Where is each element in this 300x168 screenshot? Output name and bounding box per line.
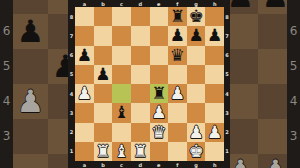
square-g8[interactable]: ♚ [187, 7, 206, 26]
square-d7[interactable] [131, 26, 150, 45]
square-f2[interactable] [168, 123, 187, 142]
file-label: a [75, 0, 94, 7]
square-f6[interactable]: ♛ [168, 46, 187, 65]
black-pawn: ♟ [262, 0, 290, 12]
square-b6[interactable] [94, 46, 113, 65]
file-label: e [150, 0, 169, 7]
square-c7[interactable] [112, 26, 131, 45]
bg-rank-label: 4 [0, 84, 13, 119]
white-pawn[interactable]: ♟ [170, 85, 185, 102]
black-king[interactable]: ♚ [188, 8, 203, 25]
square-c8[interactable] [112, 7, 131, 26]
rank-label: 5 [224, 65, 230, 84]
white-bishop[interactable]: ♝ [114, 143, 129, 160]
white-pawn[interactable]: ♟ [77, 85, 92, 102]
rank-label: 8 [68, 7, 75, 26]
square-h6[interactable] [205, 46, 224, 65]
square-h4[interactable] [205, 84, 224, 103]
bg-rank-label: 6 [0, 14, 13, 49]
black-pawn[interactable]: ♟ [77, 47, 92, 64]
square-a3[interactable] [75, 103, 94, 122]
white-pawn[interactable]: ♟ [188, 124, 203, 141]
bg-square [13, 119, 48, 154]
file-label: g [187, 161, 206, 168]
square-f8[interactable]: ♜ [168, 7, 187, 26]
rank-label: 6 [224, 46, 230, 65]
square-f3[interactable] [168, 103, 187, 122]
rank-label: 7 [224, 26, 230, 45]
rank-label: 4 [224, 84, 230, 103]
square-a7[interactable] [75, 26, 94, 45]
square-g4[interactable] [187, 84, 206, 103]
black-pawn[interactable]: ♟ [188, 27, 203, 44]
square-b8[interactable] [94, 7, 113, 26]
white-rook[interactable]: ♜ [95, 143, 110, 160]
square-b7[interactable] [94, 26, 113, 45]
bg-rank-label: 5 [0, 49, 13, 84]
rank-labels-left: 87654321 [68, 7, 75, 161]
square-d3[interactable] [131, 103, 150, 122]
rank-label: 1 [68, 142, 75, 161]
white-pawn: ♟ [17, 86, 45, 117]
square-b4[interactable] [94, 84, 113, 103]
white-queen[interactable]: ♛ [151, 124, 166, 141]
rank-label: 4 [68, 84, 75, 103]
bg-rank-label: 3 [0, 119, 13, 154]
rank-label: 3 [68, 103, 75, 122]
bg-square [13, 49, 48, 84]
square-d1[interactable]: ♜ [131, 142, 150, 161]
file-label: h [205, 161, 224, 168]
square-a6[interactable]: ♟ [75, 46, 94, 65]
square-h1[interactable] [205, 142, 224, 161]
square-e1[interactable] [150, 142, 169, 161]
white-king[interactable]: ♚ [188, 143, 203, 160]
square-g6[interactable] [187, 46, 206, 65]
file-labels-bottom: abcdefgh [75, 161, 224, 168]
video-frame: ♟♟♟♟♟♟♟ 6543 6543 abcdefgh abcdefgh 8765… [0, 0, 300, 168]
black-rook[interactable]: ♜ [170, 8, 185, 25]
square-g5[interactable] [187, 65, 206, 84]
file-label: a [75, 161, 94, 168]
square-h7[interactable]: ♟ [205, 26, 224, 45]
rank-label: 2 [224, 123, 230, 142]
bg-rank-label: 3 [287, 119, 300, 154]
rank-labels-right: 87654321 [224, 7, 230, 161]
file-label: e [150, 161, 169, 168]
square-a2[interactable] [75, 123, 94, 142]
file-label: f [168, 161, 187, 168]
square-g1[interactable]: ♚ [187, 142, 206, 161]
square-d6[interactable] [131, 46, 150, 65]
square-c4[interactable] [112, 84, 131, 103]
square-b5[interactable]: ♟ [94, 65, 113, 84]
rank-label: 6 [68, 46, 75, 65]
square-h2[interactable]: ♟ [205, 123, 224, 142]
background-rank-strip-left: 6543 [0, 0, 13, 168]
square-f1[interactable] [168, 142, 187, 161]
square-g2[interactable]: ♟ [187, 123, 206, 142]
background-rank-strip-right: 6543 [287, 0, 300, 168]
rank-label: 8 [224, 7, 230, 26]
file-label: d [131, 161, 150, 168]
square-a5[interactable] [75, 65, 94, 84]
square-e7[interactable] [150, 26, 169, 45]
black-bishop[interactable]: ♝ [114, 104, 129, 121]
bg-square [13, 0, 48, 14]
square-e6[interactable] [150, 46, 169, 65]
file-label: h [205, 0, 224, 7]
square-h5[interactable] [205, 65, 224, 84]
square-a8[interactable] [75, 7, 94, 26]
square-c3[interactable]: ♝ [112, 103, 131, 122]
rank-label: 1 [224, 142, 230, 161]
bg-rank-label: 4 [287, 84, 300, 119]
file-label: b [94, 161, 113, 168]
black-pawn[interactable]: ♟ [207, 27, 222, 44]
square-b3[interactable] [94, 103, 113, 122]
black-queen[interactable]: ♛ [170, 47, 185, 64]
square-f7[interactable]: ♟ [168, 26, 187, 45]
square-g7[interactable]: ♟ [187, 26, 206, 45]
square-f5[interactable] [168, 65, 187, 84]
white-pawn: ♟ [262, 156, 290, 168]
square-c2[interactable] [112, 123, 131, 142]
file-label: b [94, 0, 113, 7]
bg-square [13, 154, 48, 168]
white-pawn[interactable]: ♟ [207, 124, 222, 141]
square-d2[interactable] [131, 123, 150, 142]
chess-board: abcdefgh abcdefgh 87654321 87654321 ♜♚♟♟… [68, 0, 230, 168]
file-label: c [112, 0, 131, 7]
bg-rank-label: 6 [287, 14, 300, 49]
square-a4[interactable]: ♟ [75, 84, 94, 103]
bg-rank-label: 5 [287, 49, 300, 84]
square-c5[interactable] [112, 65, 131, 84]
square-d5[interactable] [131, 65, 150, 84]
square-c1[interactable]: ♝ [112, 142, 131, 161]
square-e8[interactable] [150, 7, 169, 26]
rank-label: 2 [68, 123, 75, 142]
square-e2[interactable]: ♛ [150, 123, 169, 142]
file-label: d [131, 0, 150, 7]
square-e4[interactable]: ♜ [150, 84, 169, 103]
square-e5[interactable] [150, 65, 169, 84]
square-e3[interactable]: ♟ [150, 103, 169, 122]
black-pawn[interactable]: ♟ [170, 27, 185, 44]
square-d4[interactable] [131, 84, 150, 103]
bg-square: ♟ [13, 14, 48, 49]
square-d8[interactable] [131, 7, 150, 26]
square-a1[interactable] [75, 142, 94, 161]
rank-label: 7 [68, 26, 75, 45]
file-label: c [112, 161, 131, 168]
square-h8[interactable] [205, 7, 224, 26]
white-rook[interactable]: ♜ [133, 143, 148, 160]
black-pawn[interactable]: ♟ [95, 66, 110, 83]
board-squares: ♜♚♟♟♟♟♛♟♟♜♟♝♟♛♟♟♜♝♜♚ [75, 7, 224, 161]
white-pawn[interactable]: ♟ [151, 104, 166, 121]
white-pawn: ♟ [227, 156, 255, 168]
black-rook[interactable]: ♜ [151, 85, 166, 102]
square-b1[interactable]: ♜ [94, 142, 113, 161]
rank-label: 5 [68, 65, 75, 84]
square-f4[interactable]: ♟ [168, 84, 187, 103]
black-pawn: ♟ [17, 16, 45, 47]
square-b2[interactable] [94, 123, 113, 142]
rank-label: 3 [224, 103, 230, 122]
square-c6[interactable] [112, 46, 131, 65]
square-g3[interactable] [187, 103, 206, 122]
black-pawn: ♟ [227, 0, 255, 12]
square-h3[interactable] [205, 103, 224, 122]
bg-square: ♟ [13, 84, 48, 119]
